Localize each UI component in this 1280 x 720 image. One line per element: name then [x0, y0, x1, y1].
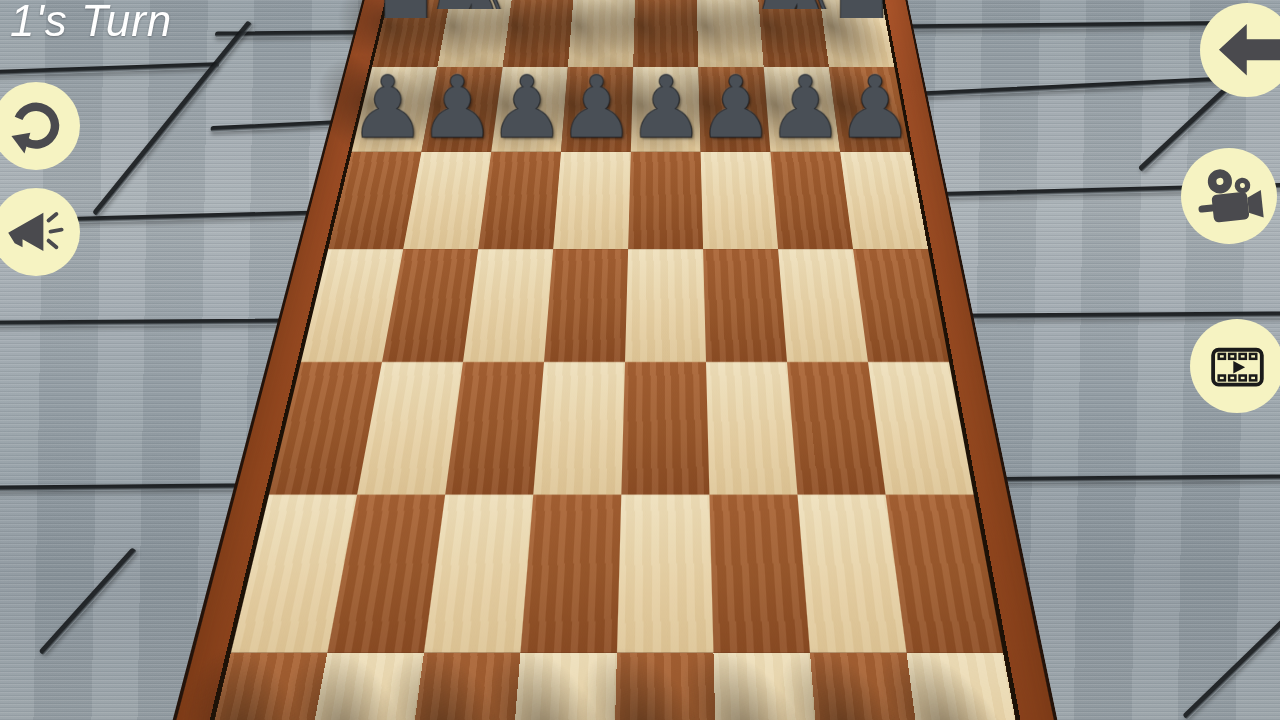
square-d7[interactable]: ♟	[561, 67, 633, 152]
black-rook[interactable]: ♜	[809, 0, 914, 64]
square-f5[interactable]	[703, 249, 787, 362]
black-pawn[interactable]: ♟	[488, 67, 565, 149]
square-e7[interactable]: ♟	[631, 67, 701, 152]
black-pawn[interactable]: ♟	[418, 67, 495, 149]
replay-button[interactable]	[1190, 319, 1280, 413]
square-h5[interactable]	[853, 249, 949, 362]
board-grid[interactable]: ♜♞♝♛♚♝♞♜♟♟♟♟♟♟♟♟♟♟♟♟♟♟♟♟♜♞♝♚♛♝♞♜	[118, 0, 1091, 720]
speaker-icon	[3, 199, 68, 264]
black-rook[interactable]: ♜	[353, 0, 458, 64]
square-h2[interactable]: ♟	[907, 653, 1039, 720]
chess-board: ♜♞♝♛♚♝♞♜♟♟♟♟♟♟♟♟♟♟♟♟♟♟♟♟♜♞♝♚♛♝♞♜	[47, 0, 1158, 720]
square-c4[interactable]	[445, 362, 544, 495]
square-c5[interactable]	[463, 249, 553, 362]
black-pawn[interactable]: ♟	[766, 67, 843, 149]
turn-indicator: 1's Turn	[10, 0, 172, 46]
square-c7[interactable]: ♟	[491, 67, 568, 152]
movie-camera-icon	[1193, 160, 1264, 231]
board-scene: ♜♞♝♛♚♝♞♜♟♟♟♟♟♟♟♟♟♟♟♟♟♟♟♟♜♞♝♚♛♝♞♜	[0, 0, 1280, 720]
film-strip-icon	[1202, 331, 1272, 401]
restart-arrow-icon	[3, 93, 68, 158]
square-h7[interactable]: ♟	[829, 67, 910, 152]
square-d4[interactable]	[533, 362, 625, 495]
game-screen: ♜♞♝♛♚♝♞♜♟♟♟♟♟♟♟♟♟♟♟♟♟♟♟♟♜♞♝♚♛♝♞♜ 1's Tur…	[0, 0, 1280, 720]
square-e4[interactable]	[621, 362, 709, 495]
record-button[interactable]	[1181, 148, 1277, 244]
black-pawn[interactable]: ♟	[697, 67, 774, 149]
black-pawn[interactable]: ♟	[627, 67, 704, 149]
black-pawn[interactable]: ♟	[836, 67, 913, 149]
square-d5[interactable]	[544, 249, 628, 362]
square-g7[interactable]: ♟	[764, 67, 840, 152]
square-f4[interactable]	[706, 362, 797, 495]
black-pawn[interactable]: ♟	[557, 67, 634, 149]
black-pawn[interactable]: ♟	[349, 67, 426, 149]
square-e5[interactable]	[625, 249, 706, 362]
black-king[interactable]: ♚	[590, 0, 741, 64]
back-arrow-icon	[1212, 15, 1280, 85]
square-f7[interactable]: ♟	[698, 67, 770, 152]
